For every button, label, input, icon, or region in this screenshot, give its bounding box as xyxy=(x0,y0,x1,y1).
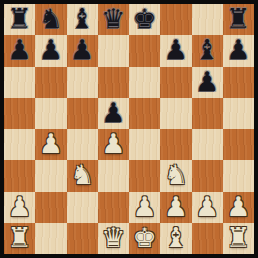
piece-black-pawn[interactable]: ♟ xyxy=(164,36,188,63)
square-f6[interactable] xyxy=(160,67,191,98)
square-f5[interactable] xyxy=(160,98,191,129)
piece-white-knight[interactable]: ♞ xyxy=(164,161,188,188)
square-f2[interactable]: ♟ xyxy=(160,192,191,223)
square-a4[interactable] xyxy=(4,129,35,160)
square-f3[interactable]: ♞ xyxy=(160,160,191,191)
piece-black-pawn[interactable]: ♟ xyxy=(39,36,63,63)
square-g5[interactable] xyxy=(192,98,223,129)
square-e5[interactable] xyxy=(129,98,160,129)
piece-black-pawn[interactable]: ♟ xyxy=(70,36,94,63)
square-c4[interactable] xyxy=(67,129,98,160)
square-e6[interactable] xyxy=(129,67,160,98)
piece-black-bishop[interactable]: ♝ xyxy=(195,36,219,63)
piece-black-knight[interactable]: ♞ xyxy=(39,5,63,32)
square-b7[interactable]: ♟ xyxy=(35,35,66,66)
square-g7[interactable]: ♝ xyxy=(192,35,223,66)
square-c2[interactable] xyxy=(67,192,98,223)
square-d4[interactable]: ♟ xyxy=(98,129,129,160)
square-d5[interactable]: ♟ xyxy=(98,98,129,129)
square-c8[interactable]: ♝ xyxy=(67,4,98,35)
square-h8[interactable]: ♜ xyxy=(223,4,254,35)
square-a5[interactable] xyxy=(4,98,35,129)
piece-black-rook[interactable]: ♜ xyxy=(8,5,32,32)
square-d7[interactable] xyxy=(98,35,129,66)
square-h7[interactable]: ♟ xyxy=(223,35,254,66)
chess-board: ♜♞♝♛♚♜♟♟♟♟♝♟♟♟♟♟♞♞♟♟♟♟♟♜♛♚♝♜ xyxy=(4,4,254,254)
square-a1[interactable]: ♜ xyxy=(4,223,35,254)
square-a8[interactable]: ♜ xyxy=(4,4,35,35)
square-h1[interactable]: ♜ xyxy=(223,223,254,254)
square-e7[interactable] xyxy=(129,35,160,66)
square-c3[interactable]: ♞ xyxy=(67,160,98,191)
square-d1[interactable]: ♛ xyxy=(98,223,129,254)
piece-white-pawn[interactable]: ♟ xyxy=(39,130,63,157)
square-b1[interactable] xyxy=(35,223,66,254)
piece-white-rook[interactable]: ♜ xyxy=(226,224,250,251)
piece-black-bishop[interactable]: ♝ xyxy=(70,5,94,32)
piece-black-rook[interactable]: ♜ xyxy=(226,5,250,32)
piece-white-king[interactable]: ♚ xyxy=(133,224,157,251)
square-h2[interactable]: ♟ xyxy=(223,192,254,223)
square-e4[interactable] xyxy=(129,129,160,160)
square-e8[interactable]: ♚ xyxy=(129,4,160,35)
square-e1[interactable]: ♚ xyxy=(129,223,160,254)
piece-white-bishop[interactable]: ♝ xyxy=(164,224,188,251)
square-a6[interactable] xyxy=(4,67,35,98)
square-c1[interactable] xyxy=(67,223,98,254)
piece-white-rook[interactable]: ♜ xyxy=(8,224,32,251)
piece-white-pawn[interactable]: ♟ xyxy=(164,193,188,220)
square-f8[interactable] xyxy=(160,4,191,35)
piece-white-pawn[interactable]: ♟ xyxy=(133,193,157,220)
piece-black-pawn[interactable]: ♟ xyxy=(101,99,125,126)
square-g4[interactable] xyxy=(192,129,223,160)
piece-black-pawn[interactable]: ♟ xyxy=(195,68,219,95)
square-b6[interactable] xyxy=(35,67,66,98)
piece-black-pawn[interactable]: ♟ xyxy=(8,36,32,63)
square-h4[interactable] xyxy=(223,129,254,160)
square-c7[interactable]: ♟ xyxy=(67,35,98,66)
piece-white-knight[interactable]: ♞ xyxy=(70,161,94,188)
square-c5[interactable] xyxy=(67,98,98,129)
square-d8[interactable]: ♛ xyxy=(98,4,129,35)
square-g6[interactable]: ♟ xyxy=(192,67,223,98)
square-a2[interactable]: ♟ xyxy=(4,192,35,223)
piece-black-queen[interactable]: ♛ xyxy=(101,5,125,32)
square-f4[interactable] xyxy=(160,129,191,160)
square-c6[interactable] xyxy=(67,67,98,98)
chess-board-frame: ♜♞♝♛♚♜♟♟♟♟♝♟♟♟♟♟♞♞♟♟♟♟♟♜♛♚♝♜ xyxy=(0,0,258,258)
square-g1[interactable] xyxy=(192,223,223,254)
square-e2[interactable]: ♟ xyxy=(129,192,160,223)
square-b3[interactable] xyxy=(35,160,66,191)
square-b8[interactable]: ♞ xyxy=(35,4,66,35)
square-h6[interactable] xyxy=(223,67,254,98)
square-d2[interactable] xyxy=(98,192,129,223)
square-g2[interactable]: ♟ xyxy=(192,192,223,223)
square-g8[interactable] xyxy=(192,4,223,35)
square-b5[interactable] xyxy=(35,98,66,129)
square-f7[interactable]: ♟ xyxy=(160,35,191,66)
square-b4[interactable]: ♟ xyxy=(35,129,66,160)
piece-white-queen[interactable]: ♛ xyxy=(101,224,125,251)
square-g3[interactable] xyxy=(192,160,223,191)
square-h3[interactable] xyxy=(223,160,254,191)
piece-black-king[interactable]: ♚ xyxy=(133,5,157,32)
piece-white-pawn[interactable]: ♟ xyxy=(101,130,125,157)
square-d3[interactable] xyxy=(98,160,129,191)
square-d6[interactable] xyxy=(98,67,129,98)
square-a7[interactable]: ♟ xyxy=(4,35,35,66)
square-f1[interactable]: ♝ xyxy=(160,223,191,254)
piece-white-pawn[interactable]: ♟ xyxy=(226,193,250,220)
piece-white-pawn[interactable]: ♟ xyxy=(8,193,32,220)
piece-white-pawn[interactable]: ♟ xyxy=(195,193,219,220)
square-h5[interactable] xyxy=(223,98,254,129)
piece-black-pawn[interactable]: ♟ xyxy=(226,36,250,63)
square-e3[interactable] xyxy=(129,160,160,191)
square-b2[interactable] xyxy=(35,192,66,223)
square-a3[interactable] xyxy=(4,160,35,191)
